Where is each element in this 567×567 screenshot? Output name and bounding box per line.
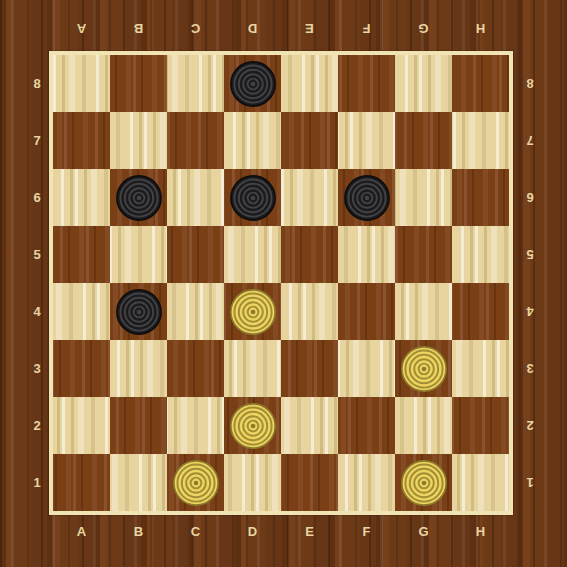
black-man-b6[interactable]	[115, 174, 162, 221]
square-d6[interactable]	[224, 169, 281, 226]
coord-label-b: B	[110, 18, 167, 40]
coord-label-5: 5	[26, 226, 48, 283]
square-c8[interactable]	[167, 55, 224, 112]
coord-label-b: B	[110, 520, 167, 542]
coord-label-1: 1	[26, 454, 48, 511]
square-b4[interactable]	[110, 283, 167, 340]
square-h7[interactable]	[452, 112, 509, 169]
square-c3[interactable]	[167, 340, 224, 397]
square-f4[interactable]	[338, 283, 395, 340]
square-e7[interactable]	[281, 112, 338, 169]
coord-label-7: 7	[519, 112, 541, 169]
square-f1[interactable]	[338, 454, 395, 511]
square-g1[interactable]	[395, 454, 452, 511]
file-labels-top: ABCDEFGH	[53, 18, 509, 40]
coord-label-3: 3	[519, 340, 541, 397]
square-e1[interactable]	[281, 454, 338, 511]
square-f6[interactable]	[338, 169, 395, 226]
file-labels-bottom: ABCDEFGH	[53, 520, 509, 542]
square-f5[interactable]	[338, 226, 395, 283]
coord-label-3: 3	[26, 340, 48, 397]
square-g7[interactable]	[395, 112, 452, 169]
coord-label-d: D	[224, 520, 281, 542]
square-a8[interactable]	[53, 55, 110, 112]
coord-label-h: H	[452, 520, 509, 542]
square-a3[interactable]	[53, 340, 110, 397]
coord-label-c: C	[167, 520, 224, 542]
coord-label-6: 6	[26, 169, 48, 226]
square-b5[interactable]	[110, 226, 167, 283]
square-h2[interactable]	[452, 397, 509, 454]
square-g3[interactable]	[395, 340, 452, 397]
coord-label-h: H	[452, 18, 509, 40]
square-b8[interactable]	[110, 55, 167, 112]
square-h8[interactable]	[452, 55, 509, 112]
coord-label-8: 8	[519, 55, 541, 112]
square-e8[interactable]	[281, 55, 338, 112]
square-a4[interactable]	[53, 283, 110, 340]
square-g2[interactable]	[395, 397, 452, 454]
black-man-d8[interactable]	[229, 60, 276, 107]
coord-label-5: 5	[519, 226, 541, 283]
rank-labels-right: 87654321	[519, 55, 541, 511]
coord-label-d: D	[224, 18, 281, 40]
square-h5[interactable]	[452, 226, 509, 283]
square-c2[interactable]	[167, 397, 224, 454]
square-f7[interactable]	[338, 112, 395, 169]
square-a2[interactable]	[53, 397, 110, 454]
square-g5[interactable]	[395, 226, 452, 283]
square-a7[interactable]	[53, 112, 110, 169]
square-c7[interactable]	[167, 112, 224, 169]
white-man-c1[interactable]	[172, 459, 219, 506]
square-e4[interactable]	[281, 283, 338, 340]
coord-label-4: 4	[519, 283, 541, 340]
rank-labels-left: 87654321	[26, 55, 48, 511]
black-man-b4[interactable]	[115, 288, 162, 335]
coord-label-1: 1	[519, 454, 541, 511]
square-h4[interactable]	[452, 283, 509, 340]
square-a1[interactable]	[53, 454, 110, 511]
square-b6[interactable]	[110, 169, 167, 226]
checkers-board	[49, 51, 513, 515]
square-b2[interactable]	[110, 397, 167, 454]
coord-label-a: A	[53, 520, 110, 542]
coord-label-2: 2	[519, 397, 541, 454]
coord-label-f: F	[338, 18, 395, 40]
wooden-checkers-table: ABCDEFGH ABCDEFGH 87654321 87654321	[0, 0, 567, 567]
coord-label-e: E	[281, 18, 338, 40]
square-c1[interactable]	[167, 454, 224, 511]
square-g8[interactable]	[395, 55, 452, 112]
coord-label-8: 8	[26, 55, 48, 112]
square-b7[interactable]	[110, 112, 167, 169]
square-g4[interactable]	[395, 283, 452, 340]
square-h6[interactable]	[452, 169, 509, 226]
square-c4[interactable]	[167, 283, 224, 340]
square-e2[interactable]	[281, 397, 338, 454]
white-man-g3[interactable]	[400, 345, 447, 392]
square-d4[interactable]	[224, 283, 281, 340]
coord-label-4: 4	[26, 283, 48, 340]
coord-label-g: G	[395, 520, 452, 542]
square-e6[interactable]	[281, 169, 338, 226]
coord-label-2: 2	[26, 397, 48, 454]
coord-label-a: A	[53, 18, 110, 40]
coord-label-e: E	[281, 520, 338, 542]
coord-label-f: F	[338, 520, 395, 542]
square-d8[interactable]	[224, 55, 281, 112]
square-d7[interactable]	[224, 112, 281, 169]
square-f3[interactable]	[338, 340, 395, 397]
square-d5[interactable]	[224, 226, 281, 283]
square-a6[interactable]	[53, 169, 110, 226]
square-c5[interactable]	[167, 226, 224, 283]
coord-label-6: 6	[519, 169, 541, 226]
black-man-d6[interactable]	[229, 174, 276, 221]
square-c6[interactable]	[167, 169, 224, 226]
square-e5[interactable]	[281, 226, 338, 283]
square-d3[interactable]	[224, 340, 281, 397]
white-man-d4[interactable]	[229, 288, 276, 335]
square-h1[interactable]	[452, 454, 509, 511]
square-e3[interactable]	[281, 340, 338, 397]
black-man-f6[interactable]	[343, 174, 390, 221]
square-f8[interactable]	[338, 55, 395, 112]
coord-label-7: 7	[26, 112, 48, 169]
coord-label-c: C	[167, 18, 224, 40]
square-a5[interactable]	[53, 226, 110, 283]
square-f2[interactable]	[338, 397, 395, 454]
coord-label-g: G	[395, 18, 452, 40]
square-d2[interactable]	[224, 397, 281, 454]
white-man-g1[interactable]	[400, 459, 447, 506]
square-b1[interactable]	[110, 454, 167, 511]
square-b3[interactable]	[110, 340, 167, 397]
square-g6[interactable]	[395, 169, 452, 226]
square-h3[interactable]	[452, 340, 509, 397]
square-d1[interactable]	[224, 454, 281, 511]
white-man-d2[interactable]	[229, 402, 276, 449]
